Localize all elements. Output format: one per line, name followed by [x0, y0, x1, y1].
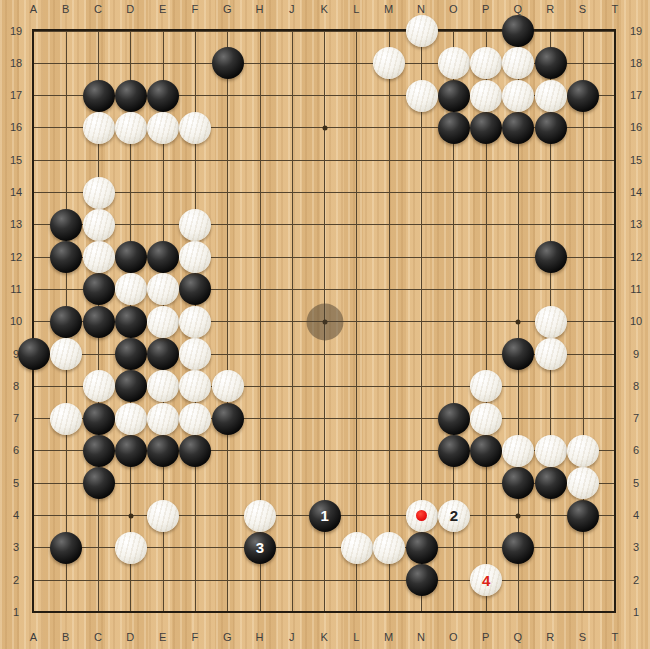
white-stone: [83, 209, 115, 241]
white-stone: [502, 47, 534, 79]
black-stone: [502, 467, 534, 499]
coordinate-label: 6: [13, 445, 19, 456]
black-stone: [535, 47, 567, 79]
black-stone: [83, 403, 115, 435]
black-stone: [83, 467, 115, 499]
coordinate-label: T: [611, 632, 618, 643]
coordinate-label: 4: [13, 510, 19, 521]
coordinate-label: A: [30, 632, 37, 643]
white-stone: [147, 370, 179, 402]
white-stone: [83, 112, 115, 144]
white-stone: [373, 47, 405, 79]
black-stone: [567, 80, 599, 112]
move-number-label: 4: [482, 573, 490, 588]
white-stone: [147, 273, 179, 305]
coordinate-label: 12: [630, 251, 642, 262]
coordinate-label: 16: [630, 122, 642, 133]
black-stone: [179, 273, 211, 305]
coordinate-label: A: [30, 4, 37, 15]
black-stone: [212, 47, 244, 79]
star-point: [322, 125, 327, 130]
black-stone: [502, 15, 534, 47]
go-board[interactable]: AABBCCDDEEFFGGHHJJKKLLMMNNOOPPQQRRSSTT19…: [0, 0, 650, 649]
coordinate-label: Q: [514, 4, 523, 15]
white-stone: [179, 209, 211, 241]
white-stone: [535, 80, 567, 112]
coordinate-label: L: [353, 4, 359, 15]
black-stone: [115, 241, 147, 273]
star-point: [516, 319, 521, 324]
coordinate-label: S: [579, 4, 586, 15]
coordinate-label: 18: [630, 57, 642, 68]
white-stone: 2: [438, 500, 470, 532]
white-stone: 4: [470, 564, 502, 596]
coordinate-label: O: [449, 632, 458, 643]
black-stone: [179, 435, 211, 467]
black-stone: [502, 532, 534, 564]
star-point: [128, 513, 133, 518]
black-stone: [115, 338, 147, 370]
coordinate-label: 17: [10, 90, 22, 101]
white-stone: [535, 306, 567, 338]
black-stone: [83, 306, 115, 338]
white-stone: [502, 80, 534, 112]
black-stone: [115, 435, 147, 467]
black-stone: [115, 306, 147, 338]
coordinate-label: S: [579, 632, 586, 643]
coordinate-label: P: [482, 4, 489, 15]
coordinate-label: 5: [13, 477, 19, 488]
coordinate-label: C: [94, 4, 102, 15]
white-stone: [406, 80, 438, 112]
white-stone: [567, 435, 599, 467]
black-stone: [470, 435, 502, 467]
black-stone: [438, 435, 470, 467]
white-stone: [179, 241, 211, 273]
coordinate-label: 19: [630, 25, 642, 36]
coordinate-label: P: [482, 632, 489, 643]
coordinate-label: F: [192, 632, 199, 643]
black-stone: [438, 403, 470, 435]
coordinate-label: 13: [630, 219, 642, 230]
coordinate-label: 15: [630, 154, 642, 165]
black-stone: 3: [244, 532, 276, 564]
coordinate-label: 10: [630, 316, 642, 327]
white-stone: [179, 306, 211, 338]
coordinate-label: R: [546, 632, 554, 643]
coordinate-label: F: [192, 4, 199, 15]
white-stone: [535, 435, 567, 467]
coordinate-label: 7: [633, 413, 639, 424]
black-stone: [50, 209, 82, 241]
last-move-marker: [416, 510, 427, 521]
white-stone: [244, 500, 276, 532]
coordinate-label: B: [62, 632, 69, 643]
coordinate-label: Q: [514, 632, 523, 643]
white-stone: [470, 370, 502, 402]
white-stone: [179, 338, 211, 370]
coordinate-label: 6: [633, 445, 639, 456]
white-stone: [470, 47, 502, 79]
black-stone: [147, 435, 179, 467]
black-stone: [83, 435, 115, 467]
white-stone: [567, 467, 599, 499]
coordinate-label: 18: [10, 57, 22, 68]
black-stone: [502, 338, 534, 370]
white-stone: [50, 338, 82, 370]
black-stone: [50, 241, 82, 273]
white-stone: [147, 500, 179, 532]
white-stone: [535, 338, 567, 370]
black-stone: [50, 306, 82, 338]
coordinate-label: 5: [633, 477, 639, 488]
white-stone: [406, 15, 438, 47]
white-stone: [115, 112, 147, 144]
coordinate-label: 9: [633, 348, 639, 359]
coordinate-label: 11: [10, 283, 21, 294]
black-stone: [502, 112, 534, 144]
black-stone: [535, 467, 567, 499]
coordinate-label: K: [320, 632, 327, 643]
white-stone: [83, 370, 115, 402]
white-stone: [179, 112, 211, 144]
coordinate-label: 19: [10, 25, 22, 36]
coordinate-label: 4: [633, 510, 639, 521]
coordinate-label: B: [62, 4, 69, 15]
ghost-stone: [306, 303, 343, 340]
white-stone: [115, 532, 147, 564]
coordinate-label: 8: [633, 380, 639, 391]
coordinate-label: G: [223, 632, 232, 643]
black-stone: [18, 338, 50, 370]
black-stone: [83, 80, 115, 112]
white-stone: [147, 306, 179, 338]
coordinate-label: 2: [13, 574, 19, 585]
white-stone: [373, 532, 405, 564]
black-stone: [406, 564, 438, 596]
black-stone: [147, 80, 179, 112]
white-stone: [406, 500, 438, 532]
black-stone: [50, 532, 82, 564]
coordinate-label: 12: [10, 251, 22, 262]
black-stone: [147, 338, 179, 370]
coordinate-label: 3: [633, 542, 639, 553]
black-stone: [212, 403, 244, 435]
black-stone: [567, 500, 599, 532]
coordinate-label: O: [449, 4, 458, 15]
white-stone: [147, 403, 179, 435]
coordinate-label: J: [289, 4, 295, 15]
black-stone: [147, 241, 179, 273]
coordinate-label: E: [159, 632, 166, 643]
coordinate-label: J: [289, 632, 295, 643]
white-stone: [470, 80, 502, 112]
coordinate-label: 8: [13, 380, 19, 391]
move-number-label: 1: [320, 508, 328, 523]
coordinate-label: H: [256, 4, 264, 15]
white-stone: [147, 112, 179, 144]
coordinate-label: K: [320, 4, 327, 15]
coordinate-label: N: [417, 632, 425, 643]
white-stone: [341, 532, 373, 564]
white-stone: [83, 177, 115, 209]
white-stone: [502, 435, 534, 467]
black-stone: [438, 80, 470, 112]
white-stone: [115, 403, 147, 435]
move-number-label: 3: [256, 540, 264, 555]
white-stone: [50, 403, 82, 435]
coordinate-label: 10: [10, 316, 22, 327]
white-stone: [83, 241, 115, 273]
coordinate-label: D: [126, 632, 134, 643]
coordinate-label: 14: [630, 187, 642, 198]
white-stone: [179, 403, 211, 435]
star-point: [516, 513, 521, 518]
black-stone: [438, 112, 470, 144]
coordinate-label: 14: [10, 187, 22, 198]
coordinate-label: M: [384, 4, 393, 15]
coordinate-label: H: [256, 632, 264, 643]
black-stone: 1: [309, 500, 341, 532]
coordinate-label: D: [126, 4, 134, 15]
coordinate-label: E: [159, 4, 166, 15]
coordinate-label: 13: [10, 219, 22, 230]
move-number-label: 2: [450, 508, 458, 523]
coordinate-label: N: [417, 4, 425, 15]
white-stone: [179, 370, 211, 402]
coordinate-label: M: [384, 632, 393, 643]
black-stone: [535, 112, 567, 144]
black-stone: [470, 112, 502, 144]
coordinate-label: R: [546, 4, 554, 15]
white-stone: [438, 47, 470, 79]
coordinate-label: 3: [13, 542, 19, 553]
coordinate-label: 2: [633, 574, 639, 585]
white-stone: [115, 273, 147, 305]
black-stone: [406, 532, 438, 564]
coordinate-label: 1: [633, 606, 639, 617]
black-stone: [83, 273, 115, 305]
white-stone: [470, 403, 502, 435]
coordinate-label: 11: [630, 283, 641, 294]
black-stone: [535, 241, 567, 273]
coordinate-label: G: [223, 4, 232, 15]
coordinate-label: L: [353, 632, 359, 643]
coordinate-label: 1: [13, 606, 19, 617]
white-stone: [212, 370, 244, 402]
black-stone: [115, 80, 147, 112]
coordinate-label: 15: [10, 154, 22, 165]
coordinate-label: C: [94, 632, 102, 643]
coordinate-label: 7: [13, 413, 19, 424]
coordinate-label: T: [611, 4, 618, 15]
black-stone: [115, 370, 147, 402]
coordinate-label: 17: [630, 90, 642, 101]
coordinate-label: 16: [10, 122, 22, 133]
